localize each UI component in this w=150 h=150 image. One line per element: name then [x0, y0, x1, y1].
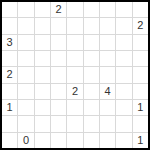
- cell-empty-r2c1[interactable]: [18, 35, 33, 50]
- cell-empty-r3c7[interactable]: [116, 51, 131, 66]
- cell-empty-r5c3[interactable]: [51, 84, 66, 99]
- cell-clue-r8c8: 1: [133, 133, 148, 148]
- cell-empty-r4c2[interactable]: [35, 67, 50, 82]
- cell-empty-r2c4[interactable]: [67, 35, 82, 50]
- cell-empty-r3c1[interactable]: [18, 51, 33, 66]
- cell-empty-r4c6[interactable]: [100, 67, 115, 82]
- cell-empty-r3c8[interactable]: [133, 51, 148, 66]
- cell-empty-r6c6[interactable]: [100, 100, 115, 115]
- cell-empty-r0c4[interactable]: [67, 2, 82, 17]
- cell-empty-r0c2[interactable]: [35, 2, 50, 17]
- cell-empty-r6c4[interactable]: [67, 100, 82, 115]
- cell-empty-r4c8[interactable]: [133, 67, 148, 82]
- cell-empty-r1c1[interactable]: [18, 18, 33, 33]
- cell-empty-r2c2[interactable]: [35, 35, 50, 50]
- cell-empty-r7c5[interactable]: [84, 116, 99, 131]
- cell-empty-r2c6[interactable]: [100, 35, 115, 50]
- cell-empty-r5c0[interactable]: [2, 84, 17, 99]
- cell-clue-r1c8: 2: [133, 18, 148, 33]
- cell-empty-r7c2[interactable]: [35, 116, 50, 131]
- cell-empty-r1c0[interactable]: [2, 18, 17, 33]
- cell-empty-r8c5[interactable]: [84, 133, 99, 148]
- cell-empty-r5c1[interactable]: [18, 84, 33, 99]
- cell-empty-r7c1[interactable]: [18, 116, 33, 131]
- cell-empty-r7c8[interactable]: [133, 116, 148, 131]
- cell-empty-r4c7[interactable]: [116, 67, 131, 82]
- cell-empty-r5c2[interactable]: [35, 84, 50, 99]
- cell-empty-r6c3[interactable]: [51, 100, 66, 115]
- cell-empty-r8c4[interactable]: [67, 133, 82, 148]
- cell-empty-r8c0[interactable]: [2, 133, 17, 148]
- cell-empty-r3c3[interactable]: [51, 51, 66, 66]
- cell-empty-r0c1[interactable]: [18, 2, 33, 17]
- cell-empty-r3c2[interactable]: [35, 51, 50, 66]
- cell-empty-r5c7[interactable]: [116, 84, 131, 99]
- cell-empty-r4c1[interactable]: [18, 67, 33, 82]
- cell-clue-r5c4: 2: [67, 84, 82, 99]
- cell-empty-r1c2[interactable]: [35, 18, 50, 33]
- cell-clue-r0c3: 2: [51, 2, 66, 17]
- cell-empty-r6c7[interactable]: [116, 100, 131, 115]
- cell-clue-r5c6: 4: [100, 84, 115, 99]
- cell-empty-r5c5[interactable]: [84, 84, 99, 99]
- cell-empty-r0c8[interactable]: [133, 2, 148, 17]
- cell-clue-r6c0: 1: [2, 100, 17, 115]
- cell-empty-r0c0[interactable]: [2, 2, 17, 17]
- cell-empty-r0c7[interactable]: [116, 2, 131, 17]
- cell-empty-r3c6[interactable]: [100, 51, 115, 66]
- cell-empty-r3c0[interactable]: [2, 51, 17, 66]
- cell-empty-r3c5[interactable]: [84, 51, 99, 66]
- cell-empty-r1c5[interactable]: [84, 18, 99, 33]
- cell-clue-r6c8: 1: [133, 100, 148, 115]
- cell-empty-r8c2[interactable]: [35, 133, 50, 148]
- cell-empty-r6c5[interactable]: [84, 100, 99, 115]
- cell-empty-r7c3[interactable]: [51, 116, 66, 131]
- puzzle-board: 2232241101: [0, 0, 150, 150]
- cell-empty-r7c0[interactable]: [2, 116, 17, 131]
- cell-empty-r7c7[interactable]: [116, 116, 131, 131]
- cell-empty-r2c3[interactable]: [51, 35, 66, 50]
- cell-empty-r8c6[interactable]: [100, 133, 115, 148]
- cell-clue-r4c0: 2: [2, 67, 17, 82]
- cell-empty-r7c4[interactable]: [67, 116, 82, 131]
- cell-empty-r1c3[interactable]: [51, 18, 66, 33]
- cell-empty-r2c7[interactable]: [116, 35, 131, 50]
- cell-empty-r0c6[interactable]: [100, 2, 115, 17]
- cell-empty-r1c4[interactable]: [67, 18, 82, 33]
- cell-empty-r8c7[interactable]: [116, 133, 131, 148]
- cell-empty-r6c2[interactable]: [35, 100, 50, 115]
- cell-empty-r1c6[interactable]: [100, 18, 115, 33]
- cell-empty-r7c6[interactable]: [100, 116, 115, 131]
- cell-empty-r0c5[interactable]: [84, 2, 99, 17]
- cell-empty-r8c3[interactable]: [51, 133, 66, 148]
- cell-empty-r4c3[interactable]: [51, 67, 66, 82]
- cell-empty-r4c4[interactable]: [67, 67, 82, 82]
- cell-empty-r1c7[interactable]: [116, 18, 131, 33]
- cell-empty-r3c4[interactable]: [67, 51, 82, 66]
- cell-empty-r4c5[interactable]: [84, 67, 99, 82]
- cell-clue-r8c1: 0: [18, 133, 33, 148]
- cell-empty-r6c1[interactable]: [18, 100, 33, 115]
- cell-clue-r2c0: 3: [2, 35, 17, 50]
- cell-empty-r5c8[interactable]: [133, 84, 148, 99]
- cell-empty-r2c5[interactable]: [84, 35, 99, 50]
- cell-empty-r2c8[interactable]: [133, 35, 148, 50]
